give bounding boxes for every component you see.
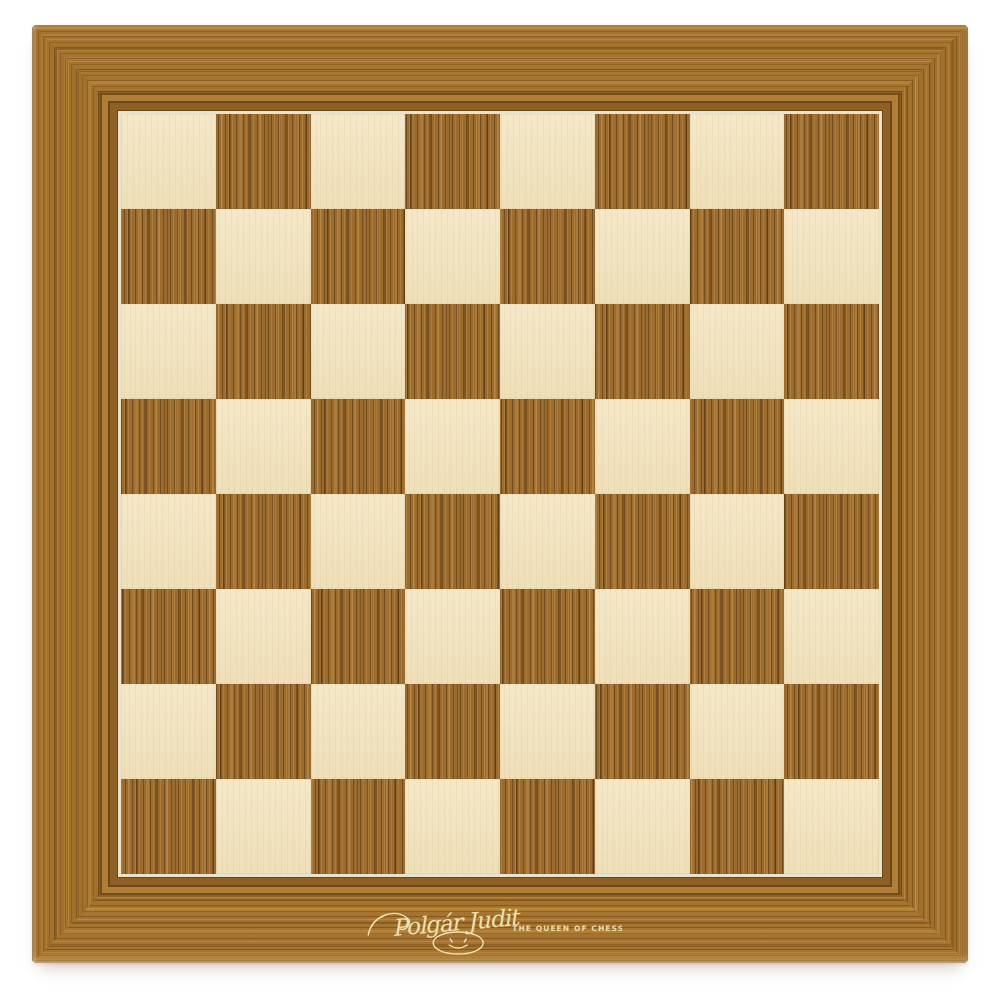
square-b7[interactable] [216, 209, 311, 304]
square-b5[interactable] [216, 399, 311, 494]
square-f8[interactable] [595, 114, 690, 209]
board-grid [121, 114, 879, 874]
square-h8[interactable] [784, 114, 879, 209]
square-e5[interactable] [500, 399, 595, 494]
square-h3[interactable] [784, 589, 879, 684]
square-e4[interactable] [500, 494, 595, 589]
square-g1[interactable] [690, 779, 785, 874]
square-a7[interactable] [121, 209, 216, 304]
square-d2[interactable] [405, 684, 500, 779]
square-h2[interactable] [784, 684, 879, 779]
square-a4[interactable] [121, 494, 216, 589]
square-a6[interactable] [121, 304, 216, 399]
square-b1[interactable] [216, 779, 311, 874]
square-d7[interactable] [405, 209, 500, 304]
square-e6[interactable] [500, 304, 595, 399]
square-e8[interactable] [500, 114, 595, 209]
square-b6[interactable] [216, 304, 311, 399]
square-d4[interactable] [405, 494, 500, 589]
square-c3[interactable] [311, 589, 406, 684]
square-a5[interactable] [121, 399, 216, 494]
square-b8[interactable] [216, 114, 311, 209]
square-c4[interactable] [311, 494, 406, 589]
square-e1[interactable] [500, 779, 595, 874]
square-d8[interactable] [405, 114, 500, 209]
square-f4[interactable] [595, 494, 690, 589]
square-h5[interactable] [784, 399, 879, 494]
square-c8[interactable] [311, 114, 406, 209]
square-f1[interactable] [595, 779, 690, 874]
square-b4[interactable] [216, 494, 311, 589]
square-a1[interactable] [121, 779, 216, 874]
square-a3[interactable] [121, 589, 216, 684]
square-e7[interactable] [500, 209, 595, 304]
square-h1[interactable] [784, 779, 879, 874]
square-d5[interactable] [405, 399, 500, 494]
square-c2[interactable] [311, 684, 406, 779]
page-background: { "game": "chess", "position": "8/8/8/8/… [0, 0, 1000, 1000]
square-g6[interactable] [690, 304, 785, 399]
square-d1[interactable] [405, 779, 500, 874]
square-f3[interactable] [595, 589, 690, 684]
playing-field [118, 111, 882, 877]
square-a8[interactable] [121, 114, 216, 209]
square-f5[interactable] [595, 399, 690, 494]
square-h4[interactable] [784, 494, 879, 589]
square-c5[interactable] [311, 399, 406, 494]
square-c7[interactable] [311, 209, 406, 304]
square-g5[interactable] [690, 399, 785, 494]
square-g8[interactable] [690, 114, 785, 209]
square-b2[interactable] [216, 684, 311, 779]
square-e3[interactable] [500, 589, 595, 684]
square-h6[interactable] [784, 304, 879, 399]
square-a2[interactable] [121, 684, 216, 779]
square-g4[interactable] [690, 494, 785, 589]
square-f7[interactable] [595, 209, 690, 304]
square-g2[interactable] [690, 684, 785, 779]
square-d6[interactable] [405, 304, 500, 399]
square-f6[interactable] [595, 304, 690, 399]
square-c1[interactable] [311, 779, 406, 874]
square-e2[interactable] [500, 684, 595, 779]
square-g3[interactable] [690, 589, 785, 684]
chess-board: Polgár Judit THE QUEEN OF CHESS [32, 25, 968, 963]
square-h7[interactable] [784, 209, 879, 304]
square-b3[interactable] [216, 589, 311, 684]
square-c6[interactable] [311, 304, 406, 399]
square-f2[interactable] [595, 684, 690, 779]
square-g7[interactable] [690, 209, 785, 304]
square-d3[interactable] [405, 589, 500, 684]
